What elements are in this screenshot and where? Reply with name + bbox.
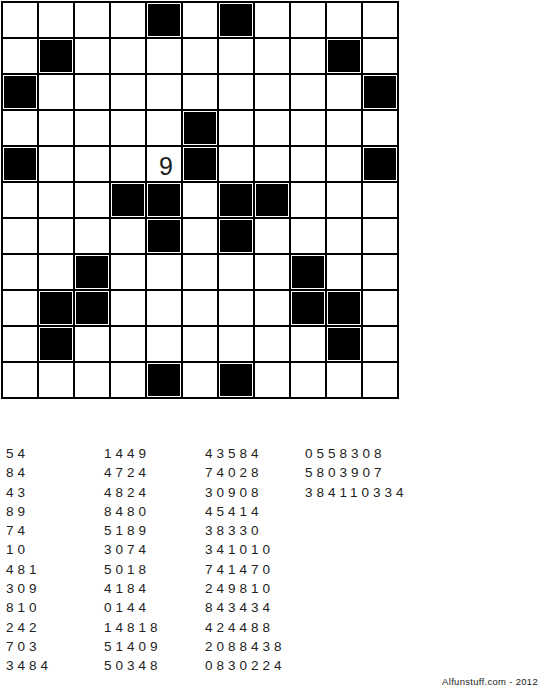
grid-cell[interactable]: [219, 111, 253, 145]
clue-number: 5189: [104, 521, 162, 540]
grid-cell[interactable]: [183, 183, 217, 217]
clue-number: 4824: [104, 483, 162, 502]
grid-cell[interactable]: [147, 291, 181, 325]
clue-number: 1449: [104, 444, 162, 463]
grid-cell[interactable]: [3, 255, 37, 289]
grid-cell[interactable]: [147, 327, 181, 361]
grid-cell[interactable]: [3, 3, 37, 37]
clue-number: 341010: [205, 540, 286, 559]
clue-column: 4358474028309084541438330341010741470249…: [205, 444, 286, 676]
grid-cell[interactable]: [219, 327, 253, 361]
grid-cell[interactable]: [291, 327, 325, 361]
grid-cell[interactable]: [255, 327, 289, 361]
grid-cell[interactable]: [327, 3, 361, 37]
grid-cell[interactable]: [3, 111, 37, 145]
grid-cell[interactable]: [147, 111, 181, 145]
clue-number: 5018: [104, 560, 162, 579]
clue-number: 5803907: [305, 463, 408, 482]
grid-cell[interactable]: [111, 147, 145, 181]
block-cell: [255, 183, 289, 217]
clue-number: 54: [6, 444, 52, 463]
fill-in-grid: 9: [1, 1, 399, 399]
block-cell: [39, 291, 73, 325]
grid-cell[interactable]: [219, 39, 253, 73]
clue-number: 741470: [205, 560, 286, 579]
grid-cell[interactable]: [111, 111, 145, 145]
clue-number: 3484: [6, 656, 52, 675]
grid-cell[interactable]: [75, 219, 109, 253]
clue-number: 810: [6, 598, 52, 617]
clue-number: 0830224: [205, 656, 286, 675]
block-cell: [219, 219, 253, 253]
block-cell: [219, 183, 253, 217]
grid-cell[interactable]: [255, 363, 289, 397]
grid-cell[interactable]: [255, 219, 289, 253]
grid-cell[interactable]: [111, 75, 145, 109]
clue-number: 242: [6, 618, 52, 637]
clue-number: 38330: [205, 521, 286, 540]
block-cell: [327, 327, 361, 361]
grid-cell[interactable]: [327, 75, 361, 109]
block-cell: [39, 39, 73, 73]
grid-cell[interactable]: [327, 147, 361, 181]
block-cell: [147, 219, 181, 253]
grid-cell[interactable]: [183, 219, 217, 253]
clue-number: 384110334: [305, 483, 408, 502]
clue-number: 3074: [104, 540, 162, 559]
clue-number: 30908: [205, 483, 286, 502]
grid-cell[interactable]: [363, 39, 397, 73]
grid-cell[interactable]: [75, 327, 109, 361]
clue-number: 45414: [205, 502, 286, 521]
grid-cell[interactable]: [183, 39, 217, 73]
grid-cell[interactable]: [3, 327, 37, 361]
grid-cell[interactable]: [75, 39, 109, 73]
grid-cell[interactable]: [183, 75, 217, 109]
grid-cell[interactable]: [183, 3, 217, 37]
grid-cell[interactable]: [75, 363, 109, 397]
grid-cell[interactable]: [327, 111, 361, 145]
block-cell: [111, 183, 145, 217]
clue-column: 5484438974104813098102427033484: [6, 444, 52, 676]
number-fill-in-page: 9 54844389741048130981024270334841449472…: [0, 0, 550, 700]
block-cell: [147, 3, 181, 37]
grid-cell[interactable]: [39, 219, 73, 253]
block-cell: [75, 291, 109, 325]
grid-cell[interactable]: [3, 219, 37, 253]
grid-cell[interactable]: [255, 39, 289, 73]
grid-cell[interactable]: [39, 363, 73, 397]
grid-cell[interactable]: [363, 291, 397, 325]
grid-cell[interactable]: [363, 111, 397, 145]
clue-number: 0144: [104, 598, 162, 617]
grid-cell[interactable]: [39, 147, 73, 181]
grid-cell[interactable]: 9: [147, 147, 181, 181]
clue-number: 249810: [205, 579, 286, 598]
block-cell: [219, 3, 253, 37]
grid-cell[interactable]: [291, 3, 325, 37]
clue-number: 843434: [205, 598, 286, 617]
grid-cell[interactable]: [111, 255, 145, 289]
grid-cell[interactable]: [111, 219, 145, 253]
grid-cell[interactable]: [363, 327, 397, 361]
grid-cell[interactable]: [111, 363, 145, 397]
grid-cell[interactable]: [39, 111, 73, 145]
block-cell: [183, 147, 217, 181]
block-cell: [183, 111, 217, 145]
clue-number: 74028: [205, 463, 286, 482]
grid-cell[interactable]: [363, 183, 397, 217]
clue-number: 84: [6, 463, 52, 482]
block-cell: [219, 363, 253, 397]
clue-number: 8480: [104, 502, 162, 521]
grid-cell[interactable]: [183, 291, 217, 325]
block-cell: [147, 363, 181, 397]
block-cell: [75, 255, 109, 289]
clue-number: 2088438: [205, 637, 286, 656]
grid-cell[interactable]: [327, 255, 361, 289]
grid-cell[interactable]: [39, 3, 73, 37]
grid-cell[interactable]: [255, 255, 289, 289]
block-cell: [147, 183, 181, 217]
grid-cell[interactable]: [75, 183, 109, 217]
block-cell: [363, 147, 397, 181]
clue-number: 309: [6, 579, 52, 598]
clue-number: 43584: [205, 444, 286, 463]
block-cell: [291, 291, 325, 325]
grid-cell[interactable]: [147, 75, 181, 109]
grid-cell[interactable]: [39, 255, 73, 289]
grid-cell[interactable]: [219, 255, 253, 289]
clue-number: 51409: [104, 637, 162, 656]
block-cell: [3, 147, 37, 181]
grid-cell[interactable]: [363, 3, 397, 37]
grid-cell[interactable]: [219, 147, 253, 181]
grid-cell[interactable]: [255, 3, 289, 37]
grid-cell[interactable]: [363, 363, 397, 397]
clue-number: 0558308: [305, 444, 408, 463]
grid-cell[interactable]: [39, 75, 73, 109]
grid-cell[interactable]: [255, 111, 289, 145]
grid-cell[interactable]: [75, 75, 109, 109]
grid-cell[interactable]: [291, 183, 325, 217]
grid-cell[interactable]: [327, 219, 361, 253]
grid-cell[interactable]: [183, 363, 217, 397]
clue-number: 703: [6, 637, 52, 656]
grid-cell[interactable]: [291, 147, 325, 181]
block-cell: [39, 327, 73, 361]
credit-text: Alfunstuff.com - 2012: [442, 676, 538, 687]
clue-number: 4184: [104, 579, 162, 598]
grid-cell[interactable]: [291, 39, 325, 73]
grid-cell[interactable]: [3, 183, 37, 217]
grid-cell[interactable]: [183, 327, 217, 361]
clue-number: 50348: [104, 656, 162, 675]
grid-cell[interactable]: [3, 363, 37, 397]
clue-number: 43: [6, 483, 52, 502]
grid-cell[interactable]: [255, 291, 289, 325]
grid-cell[interactable]: [3, 39, 37, 73]
grid-cell[interactable]: [291, 75, 325, 109]
grid-cell[interactable]: [75, 111, 109, 145]
clue-number: 74: [6, 521, 52, 540]
grid-cell[interactable]: [111, 291, 145, 325]
block-cell: [327, 291, 361, 325]
clue-number: 10: [6, 540, 52, 559]
clue-number: 14818: [104, 618, 162, 637]
grid-cell[interactable]: [111, 3, 145, 37]
grid-cell[interactable]: [111, 327, 145, 361]
grid-cell[interactable]: [147, 39, 181, 73]
grid-cell[interactable]: [111, 39, 145, 73]
block-cell: [291, 255, 325, 289]
grid-cell[interactable]: [291, 219, 325, 253]
grid-cell[interactable]: [255, 147, 289, 181]
clue-number: 481: [6, 560, 52, 579]
block-cell: [3, 75, 37, 109]
grid-cell[interactable]: [75, 3, 109, 37]
grid-cell[interactable]: [363, 219, 397, 253]
clue-number: 89: [6, 502, 52, 521]
clue-number: 4724: [104, 463, 162, 482]
grid-cell[interactable]: [39, 183, 73, 217]
grid-cell[interactable]: [219, 291, 253, 325]
grid-cell[interactable]: [219, 75, 253, 109]
grid-cell[interactable]: [327, 183, 361, 217]
grid-cell[interactable]: [327, 363, 361, 397]
clue-column: 1449472448248480518930745018418401441481…: [104, 444, 162, 676]
grid-cell[interactable]: [147, 255, 181, 289]
block-cell: [363, 75, 397, 109]
grid-cell[interactable]: [363, 255, 397, 289]
grid-cell[interactable]: [75, 147, 109, 181]
grid-cell[interactable]: [255, 75, 289, 109]
block-cell: [327, 39, 361, 73]
grid-cell[interactable]: [291, 111, 325, 145]
clue-number: 424488: [205, 618, 286, 637]
given-digit: 9: [149, 149, 183, 183]
grid-cell[interactable]: [291, 363, 325, 397]
clue-column: 05583085803907384110334: [305, 444, 408, 502]
grid-cell[interactable]: [183, 255, 217, 289]
grid-cell[interactable]: [3, 291, 37, 325]
